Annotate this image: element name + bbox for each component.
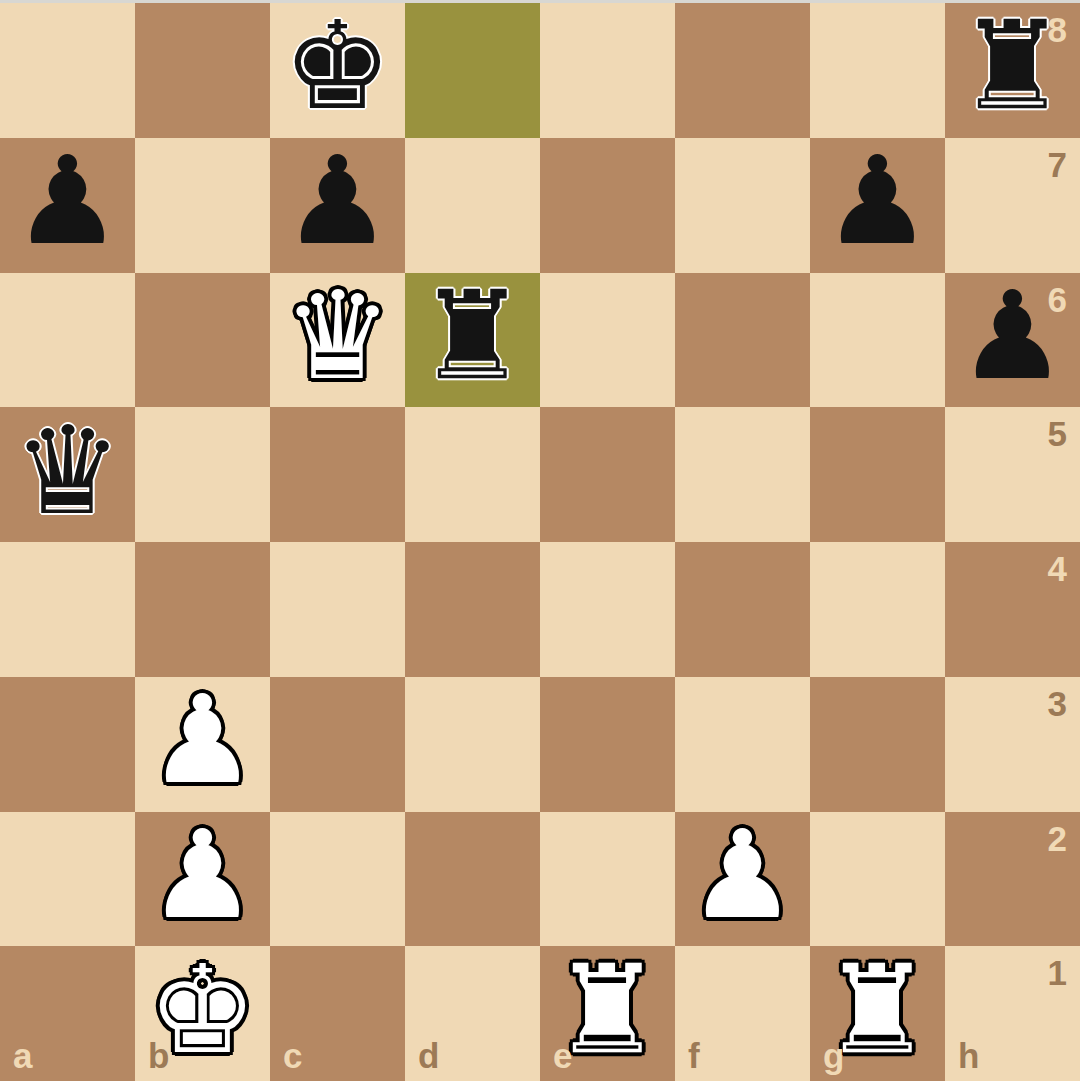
square-e7[interactable] xyxy=(540,138,675,273)
square-e3[interactable] xyxy=(540,677,675,812)
square-d6[interactable]: ♜ xyxy=(405,273,540,408)
square-c4[interactable] xyxy=(270,542,405,677)
file-label-a: a xyxy=(13,1038,32,1073)
square-g8[interactable] xyxy=(810,3,945,138)
square-e1[interactable]: ♜e xyxy=(540,946,675,1081)
black-pawn[interactable]: ♟ xyxy=(13,140,122,262)
square-h6[interactable]: ♟6 xyxy=(945,273,1080,408)
square-g6[interactable] xyxy=(810,273,945,408)
file-label-c: c xyxy=(283,1038,302,1073)
square-c2[interactable] xyxy=(270,812,405,947)
square-f8[interactable] xyxy=(675,3,810,138)
chess-board: ♚♜8♟♟♟7♛♜♟6♛54♟3♟♟2a♚bcd♜ef♜gh1 xyxy=(0,3,1080,1081)
square-f5[interactable] xyxy=(675,407,810,542)
rank-label-4: 4 xyxy=(1048,551,1067,586)
white-pawn[interactable]: ♟ xyxy=(148,679,257,801)
black-queen[interactable]: ♛ xyxy=(13,410,122,532)
rank-label-3: 3 xyxy=(1048,686,1067,721)
white-queen[interactable]: ♛ xyxy=(283,275,392,397)
square-f1[interactable]: f xyxy=(675,946,810,1081)
white-pawn[interactable]: ♟ xyxy=(148,814,257,936)
black-rook[interactable]: ♜ xyxy=(418,275,527,397)
square-d5[interactable] xyxy=(405,407,540,542)
white-pawn[interactable]: ♟ xyxy=(688,814,797,936)
square-b7[interactable] xyxy=(135,138,270,273)
square-h8[interactable]: ♜8 xyxy=(945,3,1080,138)
rank-label-2: 2 xyxy=(1048,821,1067,856)
square-b6[interactable] xyxy=(135,273,270,408)
square-b4[interactable] xyxy=(135,542,270,677)
square-a5[interactable]: ♛ xyxy=(0,407,135,542)
square-g7[interactable]: ♟ xyxy=(810,138,945,273)
square-c1[interactable]: c xyxy=(270,946,405,1081)
square-a4[interactable] xyxy=(0,542,135,677)
file-label-b: b xyxy=(148,1038,169,1073)
square-g3[interactable] xyxy=(810,677,945,812)
square-g4[interactable] xyxy=(810,542,945,677)
square-d7[interactable] xyxy=(405,138,540,273)
square-h4[interactable]: 4 xyxy=(945,542,1080,677)
black-pawn[interactable]: ♟ xyxy=(823,140,932,262)
square-f3[interactable] xyxy=(675,677,810,812)
square-a2[interactable] xyxy=(0,812,135,947)
rank-label-6: 6 xyxy=(1048,282,1067,317)
rank-label-8: 8 xyxy=(1048,12,1067,47)
square-h5[interactable]: 5 xyxy=(945,407,1080,542)
square-e5[interactable] xyxy=(540,407,675,542)
square-a6[interactable] xyxy=(0,273,135,408)
square-d3[interactable] xyxy=(405,677,540,812)
square-c6[interactable]: ♛ xyxy=(270,273,405,408)
square-b3[interactable]: ♟ xyxy=(135,677,270,812)
square-f2[interactable]: ♟ xyxy=(675,812,810,947)
square-b8[interactable] xyxy=(135,3,270,138)
square-b5[interactable] xyxy=(135,407,270,542)
file-label-h: h xyxy=(958,1038,979,1073)
square-d4[interactable] xyxy=(405,542,540,677)
square-f6[interactable] xyxy=(675,273,810,408)
square-a7[interactable]: ♟ xyxy=(0,138,135,273)
square-a8[interactable] xyxy=(0,3,135,138)
square-f7[interactable] xyxy=(675,138,810,273)
square-d2[interactable] xyxy=(405,812,540,947)
square-g5[interactable] xyxy=(810,407,945,542)
square-b2[interactable]: ♟ xyxy=(135,812,270,947)
square-c8[interactable]: ♚ xyxy=(270,3,405,138)
square-h7[interactable]: 7 xyxy=(945,138,1080,273)
square-b1[interactable]: ♚b xyxy=(135,946,270,1081)
square-h2[interactable]: 2 xyxy=(945,812,1080,947)
square-c7[interactable]: ♟ xyxy=(270,138,405,273)
square-e4[interactable] xyxy=(540,542,675,677)
square-e8[interactable] xyxy=(540,3,675,138)
file-label-f: f xyxy=(688,1038,700,1073)
square-h1[interactable]: h1 xyxy=(945,946,1080,1081)
square-g2[interactable] xyxy=(810,812,945,947)
file-label-d: d xyxy=(418,1038,439,1073)
black-pawn[interactable]: ♟ xyxy=(283,140,392,262)
file-label-g: g xyxy=(823,1038,844,1073)
rank-label-1: 1 xyxy=(1048,955,1067,990)
square-a3[interactable] xyxy=(0,677,135,812)
square-e6[interactable] xyxy=(540,273,675,408)
square-e2[interactable] xyxy=(540,812,675,947)
square-a1[interactable]: a xyxy=(0,946,135,1081)
rank-label-7: 7 xyxy=(1048,147,1067,182)
square-f4[interactable] xyxy=(675,542,810,677)
square-h3[interactable]: 3 xyxy=(945,677,1080,812)
square-d8[interactable] xyxy=(405,3,540,138)
square-g1[interactable]: ♜g xyxy=(810,946,945,1081)
file-label-e: e xyxy=(553,1038,572,1073)
black-king[interactable]: ♚ xyxy=(283,5,392,127)
square-c3[interactable] xyxy=(270,677,405,812)
square-d1[interactable]: d xyxy=(405,946,540,1081)
rank-label-5: 5 xyxy=(1048,416,1067,451)
square-c5[interactable] xyxy=(270,407,405,542)
